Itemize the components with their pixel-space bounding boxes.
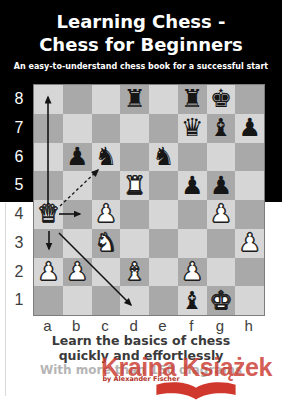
black-queen: ♛ <box>181 114 203 142</box>
square-c5[interactable] <box>92 171 121 200</box>
black-pawn: ♟ <box>181 172 203 200</box>
black-pawn: ♟ <box>66 143 88 171</box>
square-c8[interactable] <box>92 85 121 114</box>
square-a5[interactable] <box>34 171 63 200</box>
watermark-text: Kraina Książek <box>101 353 272 382</box>
file-label-b: b <box>62 317 91 334</box>
square-a1[interactable] <box>34 286 63 315</box>
black-king: ♚ <box>210 85 232 113</box>
rank-label-2: 2 <box>8 257 30 286</box>
rank-label-5: 5 <box>8 170 30 199</box>
square-c1[interactable] <box>92 286 121 315</box>
square-d2[interactable]: ♝ <box>120 258 149 287</box>
rank-label-7: 7 <box>8 113 30 142</box>
square-e4[interactable] <box>149 200 178 229</box>
file-label-a: a <box>33 317 62 334</box>
square-h1[interactable] <box>235 286 264 315</box>
square-g5[interactable]: ♟ <box>207 171 236 200</box>
square-d8[interactable]: ♜ <box>120 85 149 114</box>
black-rook: ♜ <box>123 85 145 113</box>
white-knight: ♞ <box>95 229 117 257</box>
square-e3[interactable] <box>149 229 178 258</box>
square-b1[interactable] <box>63 286 92 315</box>
black-knight: ♞ <box>95 143 117 171</box>
rank-label-4: 4 <box>8 199 30 228</box>
square-g2[interactable] <box>207 258 236 287</box>
square-c2[interactable] <box>92 258 121 287</box>
square-b4[interactable] <box>63 200 92 229</box>
white-pawn: ♟ <box>66 258 88 286</box>
square-e5[interactable] <box>149 171 178 200</box>
white-pawn: ♟ <box>37 258 59 286</box>
square-a6[interactable] <box>34 143 63 172</box>
book-title-line1: Learning Chess - <box>0 11 282 32</box>
file-label-f: f <box>177 317 206 334</box>
square-d1[interactable] <box>120 286 149 315</box>
square-h2[interactable] <box>235 258 264 287</box>
square-d3[interactable] <box>120 229 149 258</box>
square-b3[interactable] <box>63 229 92 258</box>
square-h7[interactable]: ♟ <box>235 114 264 143</box>
white-pawn: ♟ <box>95 200 117 228</box>
square-a3[interactable] <box>34 229 63 258</box>
white-pawn: ♟ <box>181 258 203 286</box>
white-pawn: ♟ <box>210 200 232 228</box>
white-queen: ♛ <box>37 200 59 228</box>
square-c4[interactable]: ♟ <box>92 200 121 229</box>
square-f5[interactable]: ♟ <box>178 171 207 200</box>
square-f6[interactable] <box>178 143 207 172</box>
black-knight: ♞ <box>152 143 174 171</box>
square-d6[interactable] <box>120 143 149 172</box>
square-e2[interactable] <box>149 258 178 287</box>
open-book-icon <box>152 382 240 400</box>
file-label-g: g <box>206 317 235 334</box>
square-h4[interactable] <box>235 200 264 229</box>
square-g3[interactable] <box>207 229 236 258</box>
rank-label-3: 3 <box>8 228 30 257</box>
file-label-d: d <box>119 317 148 334</box>
square-e8[interactable] <box>149 85 178 114</box>
square-h5[interactable] <box>235 171 264 200</box>
square-h3[interactable]: ♟ <box>235 229 264 258</box>
black-pawn: ♟ <box>210 172 232 200</box>
square-a2[interactable]: ♟ <box>34 258 63 287</box>
black-bishop: ♝ <box>210 114 232 142</box>
rank-label-8: 8 <box>8 84 30 113</box>
square-d7[interactable] <box>120 114 149 143</box>
square-h8[interactable] <box>235 85 264 114</box>
chess-board: ♜♜♚♛♝♟♟♞♞♜♟♟♛♟♟♞♟♟♟♝♟♝♚ <box>33 84 265 316</box>
file-label-e: e <box>148 317 177 334</box>
square-e1[interactable] <box>149 286 178 315</box>
book-subtitle: An easy-to-understand chess book for a s… <box>0 62 282 71</box>
white-pawn: ♟ <box>238 229 260 257</box>
square-c7[interactable] <box>92 114 121 143</box>
rank-label-6: 6 <box>8 142 30 171</box>
square-a4[interactable]: ♛ <box>34 200 63 229</box>
square-a7[interactable] <box>34 114 63 143</box>
square-f3[interactable] <box>178 229 207 258</box>
black-pawn: ♟ <box>238 114 260 142</box>
square-a8[interactable] <box>34 85 63 114</box>
square-b5[interactable] <box>63 171 92 200</box>
square-g1[interactable]: ♚ <box>207 286 236 315</box>
square-g6[interactable] <box>207 143 236 172</box>
square-g7[interactable]: ♝ <box>207 114 236 143</box>
square-b2[interactable]: ♟ <box>63 258 92 287</box>
file-label-h: h <box>234 317 263 334</box>
square-f1[interactable]: ♝ <box>178 286 207 315</box>
square-e6[interactable]: ♞ <box>149 143 178 172</box>
square-f8[interactable]: ♜ <box>178 85 207 114</box>
black-bishop: ♝ <box>181 287 203 315</box>
rank-label-1: 1 <box>8 285 30 314</box>
black-rook: ♜ <box>181 85 203 113</box>
white-king: ♚ <box>210 287 232 315</box>
square-f2[interactable]: ♟ <box>178 258 207 287</box>
square-d5[interactable]: ♜ <box>120 171 149 200</box>
square-b8[interactable] <box>63 85 92 114</box>
square-d4[interactable] <box>120 200 149 229</box>
square-f4[interactable] <box>178 200 207 229</box>
square-b7[interactable] <box>63 114 92 143</box>
square-c6[interactable]: ♞ <box>92 143 121 172</box>
square-f7[interactable]: ♛ <box>178 114 207 143</box>
file-label-c: c <box>91 317 120 334</box>
white-rook: ♜ <box>123 172 145 200</box>
square-g4[interactable]: ♟ <box>207 200 236 229</box>
square-b6[interactable]: ♟ <box>63 143 92 172</box>
square-c3[interactable]: ♞ <box>92 229 121 258</box>
book-title-line2: Chess for Beginners <box>0 34 282 55</box>
white-bishop: ♝ <box>123 258 145 286</box>
square-h6[interactable] <box>235 143 264 172</box>
square-g8[interactable]: ♚ <box>207 85 236 114</box>
tagline-line1: Learn the basics of chess <box>0 333 282 348</box>
square-e7[interactable] <box>149 114 178 143</box>
